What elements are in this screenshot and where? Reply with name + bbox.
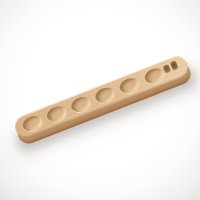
brand-stamp [162, 60, 180, 75]
pit-3 [69, 94, 93, 114]
pit-5 [118, 75, 142, 95]
pit-6 [142, 66, 166, 86]
stamp-right-icon [170, 60, 179, 71]
pit-4 [93, 85, 117, 105]
photo-background [0, 0, 200, 200]
pit-1 [20, 113, 44, 133]
pits [12, 53, 183, 120]
mancala-board [12, 53, 191, 140]
stamp-left-icon [163, 64, 171, 74]
pit-2 [45, 104, 69, 124]
